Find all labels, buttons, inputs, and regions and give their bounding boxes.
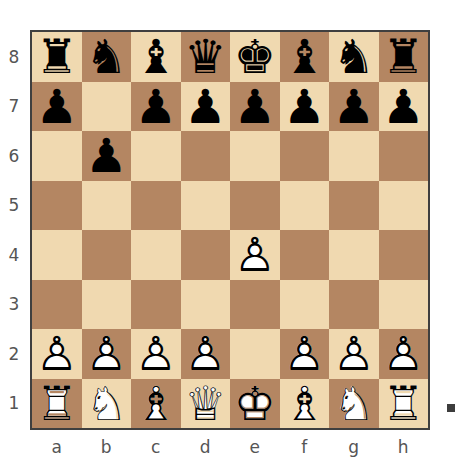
- white-bishop: ♗: [131, 379, 181, 429]
- file-label-e: e: [230, 431, 280, 463]
- rank-label-8: 8: [0, 32, 28, 82]
- rank-label-6: 6: [0, 131, 28, 181]
- black-pawn: ♟: [131, 82, 181, 132]
- white-pawn: ♙: [131, 329, 181, 379]
- white-pawn-fill: ♟: [181, 329, 231, 379]
- white-pawn-fill: ♟: [131, 329, 181, 379]
- square-g4[interactable]: [329, 230, 379, 280]
- square-f2[interactable]: ♟♙: [280, 329, 330, 379]
- white-pawn: ♙: [32, 329, 82, 379]
- square-a3[interactable]: [32, 280, 82, 330]
- white-pawn-fill: ♟: [379, 329, 429, 379]
- move-indicator: [447, 404, 455, 412]
- square-e1[interactable]: ♚♔: [230, 379, 280, 429]
- square-c5[interactable]: [131, 181, 181, 231]
- black-pawn: ♟: [82, 131, 132, 181]
- square-a1[interactable]: ♜♖: [32, 379, 82, 429]
- file-label-h: h: [379, 431, 429, 463]
- white-rook-fill: ♜: [379, 379, 429, 429]
- square-h5[interactable]: [379, 181, 429, 231]
- black-bishop: ♝: [280, 32, 330, 82]
- white-bishop: ♗: [280, 379, 330, 429]
- square-a2[interactable]: ♟♙: [32, 329, 82, 379]
- square-h7[interactable]: ♟: [379, 82, 429, 132]
- square-h3[interactable]: [379, 280, 429, 330]
- black-queen: ♛: [181, 32, 231, 82]
- square-c3[interactable]: [131, 280, 181, 330]
- square-g5[interactable]: [329, 181, 379, 231]
- square-g8[interactable]: ♞: [329, 32, 379, 82]
- white-knight: ♘: [329, 379, 379, 429]
- white-bishop-fill: ♝: [280, 379, 330, 429]
- rank-label-3: 3: [0, 280, 28, 330]
- rank-label-2: 2: [0, 329, 28, 379]
- black-pawn: ♟: [280, 82, 330, 132]
- square-b1[interactable]: ♞♘: [82, 379, 132, 429]
- square-f1[interactable]: ♝♗: [280, 379, 330, 429]
- white-pawn-fill: ♟: [32, 329, 82, 379]
- square-a8[interactable]: ♜: [32, 32, 82, 82]
- white-pawn: ♙: [379, 329, 429, 379]
- white-pawn: ♙: [181, 329, 231, 379]
- square-g6[interactable]: [329, 131, 379, 181]
- white-queen: ♕: [181, 379, 231, 429]
- square-h8[interactable]: ♜: [379, 32, 429, 82]
- square-e4[interactable]: ♟♙: [230, 230, 280, 280]
- square-g7[interactable]: ♟: [329, 82, 379, 132]
- file-label-c: c: [131, 431, 181, 463]
- black-knight: ♞: [329, 32, 379, 82]
- square-c4[interactable]: [131, 230, 181, 280]
- white-rook: ♖: [379, 379, 429, 429]
- file-label-a: a: [32, 431, 82, 463]
- square-e7[interactable]: ♟: [230, 82, 280, 132]
- white-pawn: ♙: [329, 329, 379, 379]
- square-c7[interactable]: ♟: [131, 82, 181, 132]
- white-pawn-fill: ♟: [329, 329, 379, 379]
- square-e2[interactable]: [230, 329, 280, 379]
- square-d2[interactable]: ♟♙: [181, 329, 231, 379]
- black-rook: ♜: [32, 32, 82, 82]
- black-pawn: ♟: [329, 82, 379, 132]
- square-c1[interactable]: ♝♗: [131, 379, 181, 429]
- file-label-b: b: [82, 431, 132, 463]
- square-e5[interactable]: [230, 181, 280, 231]
- square-g2[interactable]: ♟♙: [329, 329, 379, 379]
- white-knight-fill: ♞: [329, 379, 379, 429]
- file-label-g: g: [329, 431, 379, 463]
- square-h4[interactable]: [379, 230, 429, 280]
- white-pawn: ♙: [82, 329, 132, 379]
- black-knight: ♞: [82, 32, 132, 82]
- square-e3[interactable]: [230, 280, 280, 330]
- square-d8[interactable]: ♛: [181, 32, 231, 82]
- white-queen-fill: ♛: [181, 379, 231, 429]
- rank-labels: 87654321: [0, 32, 28, 428]
- white-king: ♔: [230, 379, 280, 429]
- white-bishop-fill: ♝: [131, 379, 181, 429]
- square-e6[interactable]: [230, 131, 280, 181]
- square-f4[interactable]: [280, 230, 330, 280]
- rank-label-7: 7: [0, 82, 28, 132]
- black-rook: ♜: [379, 32, 429, 82]
- square-h2[interactable]: ♟♙: [379, 329, 429, 379]
- square-h6[interactable]: [379, 131, 429, 181]
- black-bishop: ♝: [131, 32, 181, 82]
- square-b7[interactable]: [82, 82, 132, 132]
- white-knight: ♘: [82, 379, 132, 429]
- square-b8[interactable]: ♞: [82, 32, 132, 82]
- square-d3[interactable]: [181, 280, 231, 330]
- square-e8[interactable]: ♚: [230, 32, 280, 82]
- rank-label-1: 1: [0, 379, 28, 429]
- square-c8[interactable]: ♝: [131, 32, 181, 82]
- square-c2[interactable]: ♟♙: [131, 329, 181, 379]
- square-a7[interactable]: ♟: [32, 82, 82, 132]
- square-f8[interactable]: ♝: [280, 32, 330, 82]
- square-d5[interactable]: [181, 181, 231, 231]
- white-king-fill: ♚: [230, 379, 280, 429]
- square-h1[interactable]: ♜♖: [379, 379, 429, 429]
- square-g1[interactable]: ♞♘: [329, 379, 379, 429]
- black-pawn: ♟: [181, 82, 231, 132]
- square-g3[interactable]: [329, 280, 379, 330]
- square-d1[interactable]: ♛♕: [181, 379, 231, 429]
- file-labels: abcdefgh: [32, 431, 428, 463]
- white-rook-fill: ♜: [32, 379, 82, 429]
- square-a5[interactable]: [32, 181, 82, 231]
- white-pawn-fill: ♟: [230, 230, 280, 280]
- file-label-d: d: [181, 431, 231, 463]
- black-pawn: ♟: [230, 82, 280, 132]
- file-label-f: f: [280, 431, 330, 463]
- square-d4[interactable]: [181, 230, 231, 280]
- square-c6[interactable]: [131, 131, 181, 181]
- square-b5[interactable]: [82, 181, 132, 231]
- square-d6[interactable]: [181, 131, 231, 181]
- black-king: ♚: [230, 32, 280, 82]
- chess-board: ♜♞♝♛♚♝♞♜♟♟♟♟♟♟♟♟♟♙♟♙♟♙♟♙♟♙♟♙♟♙♟♙♜♖♞♘♝♗♛♕…: [30, 30, 430, 430]
- square-d7[interactable]: ♟: [181, 82, 231, 132]
- rank-label-4: 4: [0, 230, 28, 280]
- white-pawn-fill: ♟: [82, 329, 132, 379]
- white-rook: ♖: [32, 379, 82, 429]
- square-f6[interactable]: [280, 131, 330, 181]
- white-pawn: ♙: [280, 329, 330, 379]
- white-knight-fill: ♞: [82, 379, 132, 429]
- white-pawn: ♙: [230, 230, 280, 280]
- square-f5[interactable]: [280, 181, 330, 231]
- square-a4[interactable]: [32, 230, 82, 280]
- square-b3[interactable]: [82, 280, 132, 330]
- square-b2[interactable]: ♟♙: [82, 329, 132, 379]
- square-a6[interactable]: [32, 131, 82, 181]
- black-pawn: ♟: [379, 82, 429, 132]
- rank-label-5: 5: [0, 181, 28, 231]
- square-f3[interactable]: [280, 280, 330, 330]
- black-pawn: ♟: [32, 82, 82, 132]
- white-pawn-fill: ♟: [280, 329, 330, 379]
- chess-diagram: 87654321 ♜♞♝♛♚♝♞♜♟♟♟♟♟♟♟♟♟♙♟♙♟♙♟♙♟♙♟♙♟♙♟…: [0, 0, 464, 464]
- square-b6[interactable]: ♟: [82, 131, 132, 181]
- square-f7[interactable]: ♟: [280, 82, 330, 132]
- square-b4[interactable]: [82, 230, 132, 280]
